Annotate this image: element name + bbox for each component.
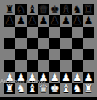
- white-king-piece[interactable]: ♚: [50, 83, 59, 94]
- white-bishop-piece[interactable]: ♝: [61, 83, 70, 94]
- square-g6[interactable]: [72, 27, 83, 38]
- black-bishop-piece[interactable]: ♝: [61, 4, 70, 15]
- white-pawn-piece[interactable]: ♟: [50, 72, 59, 83]
- square-e4[interactable]: [49, 49, 60, 60]
- board-bottom-shadow: [0, 97, 97, 100]
- square-h2[interactable]: ♟: [83, 72, 94, 83]
- square-d4[interactable]: [38, 49, 49, 60]
- square-b8[interactable]: ♞: [15, 4, 26, 15]
- square-b5[interactable]: [15, 38, 26, 49]
- square-g3[interactable]: [72, 60, 83, 71]
- square-d5[interactable]: [38, 38, 49, 49]
- square-a4[interactable]: [4, 49, 15, 60]
- square-e5[interactable]: [49, 38, 60, 49]
- square-b3[interactable]: [15, 60, 26, 71]
- white-pawn-piece[interactable]: ♟: [5, 72, 14, 83]
- square-c8[interactable]: ♝: [27, 4, 38, 15]
- chess-board: ♜♞♝♛♚♝♞♜♟♟♟♟♟♟♟♟♟♟♟♟♟♟♟♟♜♞♝♛♚♝♞♜: [4, 4, 94, 94]
- white-pawn-piece[interactable]: ♟: [39, 72, 48, 83]
- square-g2[interactable]: ♟: [72, 72, 83, 83]
- black-knight-piece[interactable]: ♞: [72, 4, 81, 15]
- square-e7[interactable]: ♟: [49, 15, 60, 26]
- black-pawn-piece[interactable]: ♟: [50, 15, 59, 26]
- square-d2[interactable]: ♟: [38, 72, 49, 83]
- black-pawn-piece[interactable]: ♟: [61, 15, 70, 26]
- white-bishop-piece[interactable]: ♝: [27, 83, 36, 94]
- square-h6[interactable]: [83, 27, 94, 38]
- black-pawn-piece[interactable]: ♟: [27, 15, 36, 26]
- square-h8[interactable]: ♜: [83, 4, 94, 15]
- square-d6[interactable]: [38, 27, 49, 38]
- white-pawn-piece[interactable]: ♟: [16, 72, 25, 83]
- square-c1[interactable]: ♝: [27, 83, 38, 94]
- square-a2[interactable]: ♟: [4, 72, 15, 83]
- black-pawn-piece[interactable]: ♟: [16, 15, 25, 26]
- square-b1[interactable]: ♞: [15, 83, 26, 94]
- white-pawn-piece[interactable]: ♟: [61, 72, 70, 83]
- square-f8[interactable]: ♝: [60, 4, 71, 15]
- square-f4[interactable]: [60, 49, 71, 60]
- square-h7[interactable]: ♟: [83, 15, 94, 26]
- square-e1[interactable]: ♚: [49, 83, 60, 94]
- square-d1[interactable]: ♛: [38, 83, 49, 94]
- square-g5[interactable]: [72, 38, 83, 49]
- black-knight-piece[interactable]: ♞: [16, 4, 25, 15]
- square-g8[interactable]: ♞: [72, 4, 83, 15]
- square-b4[interactable]: [15, 49, 26, 60]
- square-h3[interactable]: [83, 60, 94, 71]
- white-knight-piece[interactable]: ♞: [72, 83, 81, 94]
- square-g1[interactable]: ♞: [72, 83, 83, 94]
- square-a1[interactable]: ♜: [4, 83, 15, 94]
- square-h5[interactable]: [83, 38, 94, 49]
- chess-diagram: ♜♞♝♛♚♝♞♜♟♟♟♟♟♟♟♟♟♟♟♟♟♟♟♟♜♞♝♛♚♝♞♜ Art Alb…: [0, 0, 97, 100]
- square-d8[interactable]: ♛: [38, 4, 49, 15]
- square-e8[interactable]: ♚: [49, 4, 60, 15]
- square-g7[interactable]: ♟: [72, 15, 83, 26]
- square-a7[interactable]: ♟: [4, 15, 15, 26]
- white-pawn-piece[interactable]: ♟: [84, 72, 93, 83]
- square-c2[interactable]: ♟: [27, 72, 38, 83]
- square-f3[interactable]: [60, 60, 71, 71]
- square-e2[interactable]: ♟: [49, 72, 60, 83]
- white-pawn-piece[interactable]: ♟: [27, 72, 36, 83]
- white-queen-piece[interactable]: ♛: [39, 83, 48, 94]
- square-c7[interactable]: ♟: [27, 15, 38, 26]
- black-king-piece[interactable]: ♚: [50, 4, 59, 15]
- square-f1[interactable]: ♝: [60, 83, 71, 94]
- black-pawn-piece[interactable]: ♟: [5, 15, 14, 26]
- square-b2[interactable]: ♟: [15, 72, 26, 83]
- square-e3[interactable]: [49, 60, 60, 71]
- square-c3[interactable]: [27, 60, 38, 71]
- square-f7[interactable]: ♟: [60, 15, 71, 26]
- square-g4[interactable]: [72, 49, 83, 60]
- square-h1[interactable]: ♜: [83, 83, 94, 94]
- square-d7[interactable]: ♟: [38, 15, 49, 26]
- square-a6[interactable]: [4, 27, 15, 38]
- black-pawn-piece[interactable]: ♟: [72, 15, 81, 26]
- black-bishop-piece[interactable]: ♝: [27, 4, 36, 15]
- white-pawn-piece[interactable]: ♟: [72, 72, 81, 83]
- white-rook-piece[interactable]: ♜: [5, 83, 14, 94]
- square-b6[interactable]: [15, 27, 26, 38]
- square-f2[interactable]: ♟: [60, 72, 71, 83]
- square-b7[interactable]: ♟: [15, 15, 26, 26]
- square-d3[interactable]: [38, 60, 49, 71]
- square-h4[interactable]: [83, 49, 94, 60]
- square-c4[interactable]: [27, 49, 38, 60]
- black-pawn-piece[interactable]: ♟: [39, 15, 48, 26]
- square-a3[interactable]: [4, 60, 15, 71]
- square-f6[interactable]: [60, 27, 71, 38]
- square-f5[interactable]: [60, 38, 71, 49]
- black-rook-piece[interactable]: ♜: [84, 4, 93, 15]
- square-c5[interactable]: [27, 38, 38, 49]
- white-rook-piece[interactable]: ♜: [84, 83, 93, 94]
- black-rook-piece[interactable]: ♜: [5, 4, 14, 15]
- black-queen-piece[interactable]: ♛: [39, 4, 48, 15]
- square-a8[interactable]: ♜: [4, 4, 15, 15]
- square-c6[interactable]: [27, 27, 38, 38]
- black-pawn-piece[interactable]: ♟: [84, 15, 93, 26]
- square-a5[interactable]: [4, 38, 15, 49]
- square-e6[interactable]: [49, 27, 60, 38]
- white-knight-piece[interactable]: ♞: [16, 83, 25, 94]
